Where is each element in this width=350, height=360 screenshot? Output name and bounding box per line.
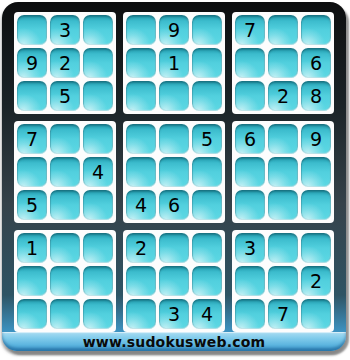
cell-r5c9[interactable]	[301, 157, 331, 187]
given-digit: 9	[26, 54, 38, 73]
cell-r3c1[interactable]	[17, 81, 47, 111]
cell-r3c5[interactable]	[159, 81, 189, 111]
cell-r7c2[interactable]	[50, 233, 80, 263]
cell-r8c9[interactable]: 2	[301, 266, 331, 296]
cell-r4c1[interactable]: 7	[17, 124, 47, 154]
sudoku-grid: 3925917628745546691234327	[14, 12, 334, 332]
cell-r4c4[interactable]	[126, 124, 156, 154]
cell-r6c3[interactable]	[83, 190, 113, 220]
cell-r9c1[interactable]	[17, 299, 47, 329]
cell-r5c6[interactable]	[192, 157, 222, 187]
cell-r1c6[interactable]	[192, 15, 222, 45]
given-digit: 5	[59, 87, 71, 106]
given-digit: 5	[201, 130, 213, 149]
box-3-3: 327	[232, 230, 334, 332]
cell-r8c8[interactable]	[268, 266, 298, 296]
cell-r8c1[interactable]	[17, 266, 47, 296]
cell-r6c9[interactable]	[301, 190, 331, 220]
cell-r2c8[interactable]	[268, 48, 298, 78]
cell-r3c9[interactable]: 8	[301, 81, 331, 111]
given-digit: 6	[310, 54, 322, 73]
cell-r2c3[interactable]	[83, 48, 113, 78]
cell-r5c5[interactable]	[159, 157, 189, 187]
cell-r4c7[interactable]: 6	[235, 124, 265, 154]
given-digit: 1	[26, 239, 38, 258]
cell-r6c8[interactable]	[268, 190, 298, 220]
given-digit: 4	[135, 196, 147, 215]
cell-r4c6[interactable]: 5	[192, 124, 222, 154]
cell-r2c4[interactable]	[126, 48, 156, 78]
cell-r4c5[interactable]	[159, 124, 189, 154]
footer-bar: www.sudokusweb.com	[2, 332, 346, 351]
cell-r3c8[interactable]: 2	[268, 81, 298, 111]
cell-r9c9[interactable]	[301, 299, 331, 329]
cell-r6c7[interactable]	[235, 190, 265, 220]
cell-r2c9[interactable]: 6	[301, 48, 331, 78]
box-1-3: 7628	[232, 12, 334, 114]
cell-r8c2[interactable]	[50, 266, 80, 296]
cell-r9c8[interactable]: 7	[268, 299, 298, 329]
cell-r3c6[interactable]	[192, 81, 222, 111]
board-frame: 3925917628745546691234327	[2, 2, 346, 332]
cell-r5c7[interactable]	[235, 157, 265, 187]
cell-r5c1[interactable]	[17, 157, 47, 187]
box-2-2: 546	[123, 121, 225, 223]
cell-r3c2[interactable]: 5	[50, 81, 80, 111]
given-digit: 8	[310, 87, 322, 106]
cell-r9c5[interactable]: 3	[159, 299, 189, 329]
cell-r1c1[interactable]	[17, 15, 47, 45]
given-digit: 3	[168, 305, 180, 324]
cell-r7c3[interactable]	[83, 233, 113, 263]
given-digit: 2	[277, 87, 289, 106]
cell-r1c8[interactable]	[268, 15, 298, 45]
cell-r7c5[interactable]	[159, 233, 189, 263]
cell-r7c7[interactable]: 3	[235, 233, 265, 263]
box-3-2: 234	[123, 230, 225, 332]
cell-r8c5[interactable]	[159, 266, 189, 296]
box-3-1: 1	[14, 230, 116, 332]
cell-r7c1[interactable]: 1	[17, 233, 47, 263]
given-digit: 6	[244, 130, 256, 149]
cell-r1c2[interactable]: 3	[50, 15, 80, 45]
cell-r8c6[interactable]	[192, 266, 222, 296]
given-digit: 7	[277, 305, 289, 324]
cell-r1c5[interactable]: 9	[159, 15, 189, 45]
cell-r9c4[interactable]	[126, 299, 156, 329]
cell-r7c9[interactable]	[301, 233, 331, 263]
cell-r9c3[interactable]	[83, 299, 113, 329]
cell-r7c4[interactable]: 2	[126, 233, 156, 263]
given-digit: 3	[244, 239, 256, 258]
page: 3925917628745546691234327 www.sudokusweb…	[0, 0, 350, 360]
cell-r2c6[interactable]	[192, 48, 222, 78]
cell-r4c9[interactable]: 9	[301, 124, 331, 154]
cell-r2c7[interactable]	[235, 48, 265, 78]
cell-r1c4[interactable]	[126, 15, 156, 45]
cell-r7c8[interactable]	[268, 233, 298, 263]
given-digit: 7	[26, 130, 38, 149]
given-digit: 9	[310, 130, 322, 149]
given-digit: 2	[135, 239, 147, 258]
box-1-1: 3925	[14, 12, 116, 114]
cell-r6c2[interactable]	[50, 190, 80, 220]
cell-r5c2[interactable]	[50, 157, 80, 187]
given-digit: 7	[244, 21, 256, 40]
given-digit: 3	[59, 21, 71, 40]
cell-r4c8[interactable]	[268, 124, 298, 154]
cell-r9c6[interactable]: 4	[192, 299, 222, 329]
cell-r1c3[interactable]	[83, 15, 113, 45]
cell-r5c8[interactable]	[268, 157, 298, 187]
cell-r6c1[interactable]: 5	[17, 190, 47, 220]
given-digit: 2	[310, 272, 322, 291]
cell-r2c5[interactable]: 1	[159, 48, 189, 78]
cell-r5c4[interactable]	[126, 157, 156, 187]
box-1-2: 91	[123, 12, 225, 114]
cell-r3c3[interactable]	[83, 81, 113, 111]
given-digit: 5	[26, 196, 38, 215]
cell-r9c7[interactable]	[235, 299, 265, 329]
box-2-3: 69	[232, 121, 334, 223]
cell-r8c7[interactable]	[235, 266, 265, 296]
cell-r4c3[interactable]	[83, 124, 113, 154]
cell-r7c6[interactable]	[192, 233, 222, 263]
given-digit: 4	[201, 305, 213, 324]
cell-r6c4[interactable]: 4	[126, 190, 156, 220]
given-digit: 2	[59, 54, 71, 73]
cell-r1c9[interactable]	[301, 15, 331, 45]
cell-r8c4[interactable]	[126, 266, 156, 296]
given-digit: 6	[168, 196, 180, 215]
website-url: www.sudokusweb.com	[83, 334, 266, 350]
cell-r2c1[interactable]: 9	[17, 48, 47, 78]
cell-r6c5[interactable]: 6	[159, 190, 189, 220]
cell-r6c6[interactable]	[192, 190, 222, 220]
given-digit: 9	[168, 21, 180, 40]
cell-r9c2[interactable]	[50, 299, 80, 329]
cell-r4c2[interactable]	[50, 124, 80, 154]
sudoku-board: 3925917628745546691234327 www.sudokusweb…	[2, 2, 346, 351]
cell-r2c2[interactable]: 2	[50, 48, 80, 78]
given-digit: 4	[92, 163, 104, 182]
cell-r8c3[interactable]	[83, 266, 113, 296]
cell-r5c3[interactable]: 4	[83, 157, 113, 187]
box-2-1: 745	[14, 121, 116, 223]
given-digit: 1	[168, 54, 180, 73]
cell-r3c4[interactable]	[126, 81, 156, 111]
cell-r3c7[interactable]	[235, 81, 265, 111]
cell-r1c7[interactable]: 7	[235, 15, 265, 45]
